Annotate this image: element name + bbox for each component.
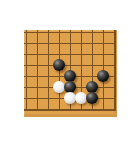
black-stone <box>86 92 98 104</box>
grid-hline <box>24 65 116 66</box>
grid-hline <box>24 54 116 55</box>
black-stone <box>53 59 65 71</box>
grid-hline <box>24 43 116 44</box>
black-stone <box>97 70 109 82</box>
board-edge-bottom <box>24 109 116 111</box>
go-board[interactable] <box>24 30 117 117</box>
grid-hline <box>24 32 116 33</box>
page-background <box>0 0 140 150</box>
